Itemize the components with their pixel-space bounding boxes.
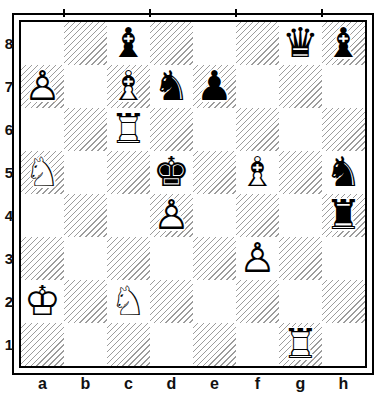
square-h8[interactable]: ♝♝ <box>322 22 365 65</box>
piece-black-bishop[interactable]: ♝♝ <box>107 22 150 65</box>
file-label-h: h <box>322 374 365 393</box>
square-e7[interactable]: ♟♟ <box>193 65 236 108</box>
square-d3[interactable] <box>150 237 193 280</box>
white-knight-glyph: ♘ <box>21 151 64 194</box>
square-a1[interactable] <box>21 323 64 366</box>
square-f6[interactable] <box>236 108 279 151</box>
square-f7[interactable] <box>236 65 279 108</box>
square-h7[interactable] <box>322 65 365 108</box>
square-g7[interactable] <box>279 65 322 108</box>
square-d5[interactable]: ♚♚ <box>150 151 193 194</box>
piece-white-pawn[interactable]: ♟♙ <box>21 65 64 108</box>
piece-white-rook[interactable]: ♜♖ <box>279 323 322 366</box>
file-label-e: e <box>193 374 236 393</box>
square-b3[interactable] <box>64 237 107 280</box>
square-c2[interactable]: ♞♘ <box>107 280 150 323</box>
square-b2[interactable] <box>64 280 107 323</box>
square-a8[interactable] <box>21 22 64 65</box>
square-c5[interactable] <box>107 151 150 194</box>
file-label-a: a <box>21 374 64 393</box>
piece-white-king[interactable]: ♚♔ <box>21 280 64 323</box>
square-e1[interactable] <box>193 323 236 366</box>
white-rook-glyph: ♖ <box>107 108 150 151</box>
piece-black-knight[interactable]: ♞♞ <box>150 65 193 108</box>
file-label-b: b <box>64 374 107 393</box>
rank-label-5: 5 <box>1 151 17 194</box>
rank-label-2: 2 <box>1 280 17 323</box>
square-g4[interactable] <box>279 194 322 237</box>
black-queen-glyph: ♛ <box>279 22 322 65</box>
black-knight-glyph: ♞ <box>150 65 193 108</box>
square-a5[interactable]: ♞♘ <box>21 151 64 194</box>
square-h4[interactable]: ♜♜ <box>322 194 365 237</box>
square-a2[interactable]: ♚♔ <box>21 280 64 323</box>
square-e3[interactable] <box>193 237 236 280</box>
square-c3[interactable] <box>107 237 150 280</box>
square-c8[interactable]: ♝♝ <box>107 22 150 65</box>
square-e5[interactable] <box>193 151 236 194</box>
square-e4[interactable] <box>193 194 236 237</box>
black-king-glyph: ♚ <box>150 151 193 194</box>
square-e6[interactable] <box>193 108 236 151</box>
piece-black-rook[interactable]: ♜♜ <box>322 194 365 237</box>
piece-black-pawn[interactable]: ♟♟ <box>193 65 236 108</box>
square-a4[interactable] <box>21 194 64 237</box>
square-b7[interactable] <box>64 65 107 108</box>
square-c6[interactable]: ♜♖ <box>107 108 150 151</box>
piece-white-bishop[interactable]: ♝♗ <box>236 151 279 194</box>
square-d2[interactable] <box>150 280 193 323</box>
white-bishop-glyph: ♗ <box>236 151 279 194</box>
border-tick <box>235 9 237 17</box>
square-c1[interactable] <box>107 323 150 366</box>
square-h3[interactable] <box>322 237 365 280</box>
file-label-c: c <box>107 374 150 393</box>
square-a7[interactable]: ♟♙ <box>21 65 64 108</box>
square-f5[interactable]: ♝♗ <box>236 151 279 194</box>
square-b6[interactable] <box>64 108 107 151</box>
white-king-glyph: ♔ <box>21 280 64 323</box>
square-d6[interactable] <box>150 108 193 151</box>
square-h5[interactable]: ♞♞ <box>322 151 365 194</box>
square-d4[interactable]: ♟♙ <box>150 194 193 237</box>
white-bishop-glyph: ♗ <box>107 65 150 108</box>
piece-white-rook[interactable]: ♜♖ <box>107 108 150 151</box>
square-d7[interactable]: ♞♞ <box>150 65 193 108</box>
page: ♝♝♛♛♝♝♟♙♝♗♞♞♟♟♜♖♞♘♚♚♝♗♞♞♟♙♜♜♟♙♚♔♞♘♜♖ 876… <box>0 0 387 394</box>
rank-labels: 87654321 <box>1 22 17 366</box>
square-e8[interactable] <box>193 22 236 65</box>
square-g1[interactable]: ♜♖ <box>279 323 322 366</box>
board-inner-border: ♝♝♛♛♝♝♟♙♝♗♞♞♟♟♜♖♞♘♚♚♝♗♞♞♟♙♜♜♟♙♚♔♞♘♜♖ <box>19 20 367 368</box>
border-tick <box>149 9 151 17</box>
square-g2[interactable] <box>279 280 322 323</box>
board-grid: ♝♝♛♛♝♝♟♙♝♗♞♞♟♟♜♖♞♘♚♚♝♗♞♞♟♙♜♜♟♙♚♔♞♘♜♖ <box>21 22 365 366</box>
square-f2[interactable] <box>236 280 279 323</box>
file-label-g: g <box>279 374 322 393</box>
rank-label-4: 4 <box>1 194 17 237</box>
border-tick <box>63 9 65 17</box>
square-d1[interactable] <box>150 323 193 366</box>
rank-label-8: 8 <box>1 22 17 65</box>
rank-label-3: 3 <box>1 237 17 280</box>
square-b4[interactable] <box>64 194 107 237</box>
square-f3[interactable]: ♟♙ <box>236 237 279 280</box>
piece-white-pawn[interactable]: ♟♙ <box>150 194 193 237</box>
piece-white-knight[interactable]: ♞♘ <box>107 280 150 323</box>
piece-black-king[interactable]: ♚♚ <box>150 151 193 194</box>
square-g3[interactable] <box>279 237 322 280</box>
square-f8[interactable] <box>236 22 279 65</box>
square-e2[interactable] <box>193 280 236 323</box>
white-pawn-glyph: ♙ <box>236 237 279 280</box>
piece-white-knight[interactable]: ♞♘ <box>21 151 64 194</box>
rank-label-1: 1 <box>1 323 17 366</box>
square-c7[interactable]: ♝♗ <box>107 65 150 108</box>
square-b1[interactable] <box>64 323 107 366</box>
rank-label-7: 7 <box>1 65 17 108</box>
square-b5[interactable] <box>64 151 107 194</box>
square-f1[interactable] <box>236 323 279 366</box>
black-pawn-glyph: ♟ <box>193 65 236 108</box>
square-b8[interactable] <box>64 22 107 65</box>
file-label-f: f <box>236 374 279 393</box>
square-c4[interactable] <box>107 194 150 237</box>
black-knight-glyph: ♞ <box>322 151 365 194</box>
black-bishop-glyph: ♝ <box>322 22 365 65</box>
white-rook-glyph: ♖ <box>279 323 322 366</box>
black-rook-glyph: ♜ <box>322 194 365 237</box>
black-bishop-glyph: ♝ <box>107 22 150 65</box>
square-a3[interactable] <box>21 237 64 280</box>
border-tick <box>321 9 323 17</box>
white-pawn-glyph: ♙ <box>150 194 193 237</box>
rank-label-6: 6 <box>1 108 17 151</box>
chess-board: ♝♝♛♛♝♝♟♙♝♗♞♞♟♟♜♖♞♘♚♚♝♗♞♞♟♙♜♜♟♙♚♔♞♘♜♖ <box>12 13 374 375</box>
piece-black-bishop[interactable]: ♝♝ <box>322 22 365 65</box>
file-label-d: d <box>150 374 193 393</box>
piece-black-knight[interactable]: ♞♞ <box>322 151 365 194</box>
piece-white-bishop[interactable]: ♝♗ <box>107 65 150 108</box>
file-labels: abcdefgh <box>21 374 365 393</box>
square-g5[interactable] <box>279 151 322 194</box>
piece-white-pawn[interactable]: ♟♙ <box>236 237 279 280</box>
square-h6[interactable] <box>322 108 365 151</box>
white-pawn-glyph: ♙ <box>21 65 64 108</box>
square-g6[interactable] <box>279 108 322 151</box>
square-f4[interactable] <box>236 194 279 237</box>
piece-black-queen[interactable]: ♛♛ <box>279 22 322 65</box>
square-a6[interactable] <box>21 108 64 151</box>
square-g8[interactable]: ♛♛ <box>279 22 322 65</box>
square-h1[interactable] <box>322 323 365 366</box>
white-knight-glyph: ♘ <box>107 280 150 323</box>
square-h2[interactable] <box>322 280 365 323</box>
square-d8[interactable] <box>150 22 193 65</box>
